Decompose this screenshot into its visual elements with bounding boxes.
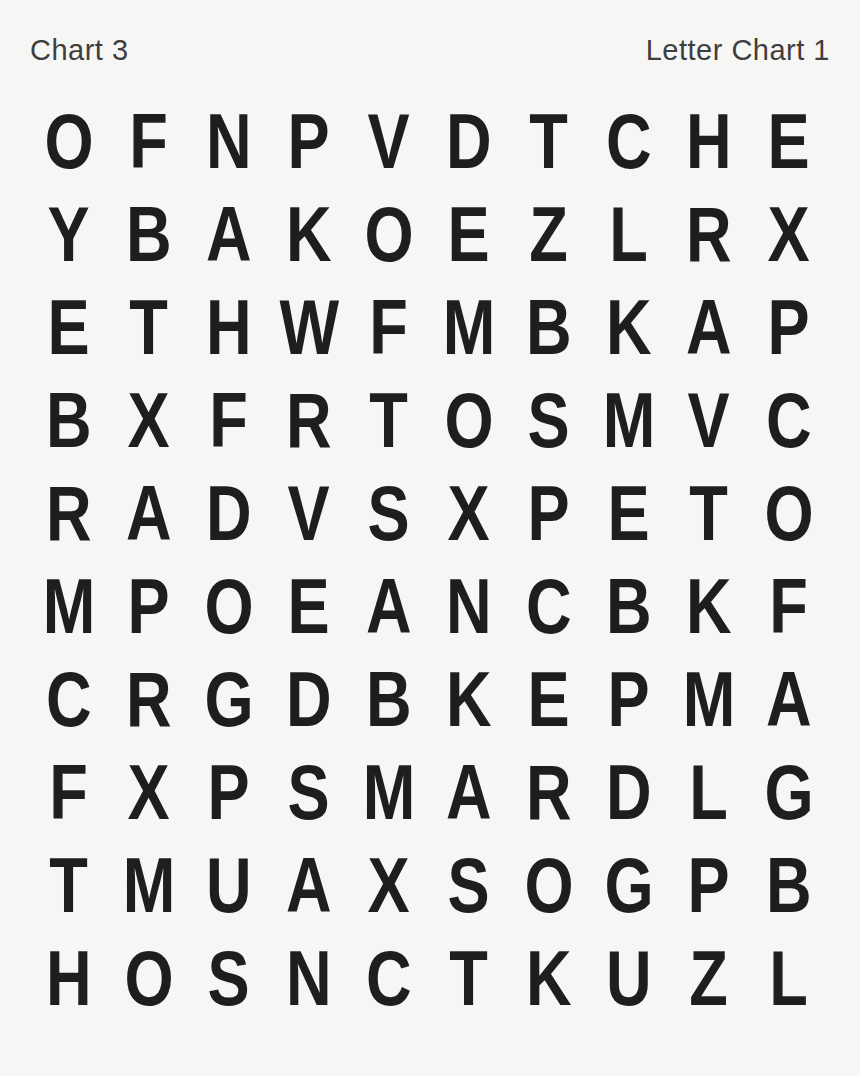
letter-cell: T [29,836,109,929]
letter-cell: C [589,92,669,185]
letter-glyph: F [130,103,169,180]
letter-cell: E [269,557,349,650]
letter-cell: M [669,650,749,743]
letter-cell: A [189,185,269,278]
letter-glyph: D [446,103,492,180]
letter-cell: T [349,371,429,464]
letter-cell: B [349,650,429,743]
letter-cell: H [29,929,109,1022]
letter-cell: Z [509,185,589,278]
letter-glyph: E [768,103,810,180]
letter-glyph: T [690,475,729,552]
letter-glyph: A [686,289,732,366]
letter-glyph: X [448,475,490,552]
letter-glyph: P [128,568,170,645]
letter-glyph: V [368,103,410,180]
letter-glyph: C [606,103,652,180]
letter-cell: A [269,836,349,929]
letter-glyph: Y [48,196,90,273]
letter-cell: R [669,185,749,278]
letter-glyph: D [286,661,332,738]
letter-cell: X [749,185,829,278]
letter-glyph: K [686,568,732,645]
letter-glyph: M [43,568,96,645]
letter-cell: T [109,278,189,371]
letter-glyph: X [128,382,170,459]
letter-cell: E [589,464,669,557]
letter-glyph: S [528,382,570,459]
letter-glyph: B [766,847,812,924]
letter-cell: M [109,836,189,929]
letter-glyph: T [450,940,489,1017]
letter-cell: K [429,650,509,743]
letter-cell: P [189,743,269,836]
chart-header: Chart 3 Letter Chart 1 [30,34,830,66]
letter-glyph: L [770,940,809,1017]
letter-cell: N [429,557,509,650]
letter-cell: S [429,836,509,929]
letter-glyph: K [526,940,572,1017]
letter-glyph: A [446,754,492,831]
letter-glyph: E [288,568,330,645]
letter-glyph: T [370,382,409,459]
letter-cell: K [509,929,589,1022]
letter-cell: W [269,278,349,371]
letter-glyph: O [764,475,813,552]
letter-cell: C [29,650,109,743]
letter-cell: Y [29,185,109,278]
letter-glyph: R [126,661,172,738]
letter-glyph: G [764,754,813,831]
letter-cell: P [509,464,589,557]
letter-glyph: H [206,289,252,366]
letter-glyph: S [208,940,250,1017]
letter-glyph: F [370,289,409,366]
letter-glyph: R [286,382,332,459]
letter-glyph: H [686,103,732,180]
letter-glyph: O [44,103,93,180]
letter-cell: V [269,464,349,557]
letter-glyph: S [288,754,330,831]
letter-cell: F [189,371,269,464]
letter-cell: E [29,278,109,371]
letter-glyph: M [123,847,176,924]
letter-glyph: E [448,196,490,273]
letter-glyph: K [606,289,652,366]
letter-cell: B [29,371,109,464]
letter-glyph: P [528,475,570,552]
letter-cell: U [189,836,269,929]
letter-cell: A [109,464,189,557]
letter-glyph: U [606,940,652,1017]
letter-glyph: M [683,661,736,738]
letter-cell: C [509,557,589,650]
letter-cell: E [509,650,589,743]
letter-cell: E [429,185,509,278]
letter-glyph: A [126,475,172,552]
letter-cell: U [589,929,669,1022]
letter-cell: M [349,743,429,836]
letter-glyph: K [286,196,332,273]
letter-cell: H [189,278,269,371]
letter-cell: X [349,836,429,929]
letter-cell: A [749,650,829,743]
letter-cell: X [109,371,189,464]
letter-cell: P [109,557,189,650]
letter-cell: H [669,92,749,185]
letter-cell: N [269,929,349,1022]
letter-cell: V [669,371,749,464]
letter-cell: R [509,743,589,836]
letter-glyph: L [610,196,649,273]
letter-glyph: B [126,196,172,273]
letter-glyph: P [688,847,730,924]
letter-glyph: X [368,847,410,924]
letter-cell: D [189,464,269,557]
letter-cell: T [429,929,509,1022]
letter-glyph: A [206,196,252,273]
letter-glyph: P [768,289,810,366]
letter-glyph: S [448,847,490,924]
letter-glyph: D [606,754,652,831]
letter-glyph: L [690,754,729,831]
letter-glyph: U [206,847,252,924]
letter-glyph: P [208,754,250,831]
letter-cell: P [669,836,749,929]
letter-cell: O [429,371,509,464]
letter-cell: O [189,557,269,650]
letter-glyph: E [528,661,570,738]
letter-glyph: A [766,661,812,738]
letter-cell: B [509,278,589,371]
letter-glyph: N [286,940,332,1017]
letter-glyph: K [446,661,492,738]
letter-cell: T [509,92,589,185]
letter-glyph: T [530,103,569,180]
letter-glyph: R [46,475,92,552]
letter-cell: A [429,743,509,836]
letter-grid: OFNPVDTCHEYBAKOEZLRXETHWFMBKAPBXFRTOSMVC… [29,92,829,1022]
letter-glyph: F [210,382,249,459]
letter-glyph: A [366,568,412,645]
letter-cell: M [589,371,669,464]
letter-cell: C [349,929,429,1022]
letter-glyph: B [526,289,572,366]
letter-cell: G [589,836,669,929]
letter-glyph: F [50,754,89,831]
letter-glyph: S [368,475,410,552]
letter-glyph: X [128,754,170,831]
letter-cell: L [749,929,829,1022]
letter-cell: S [509,371,589,464]
letter-cell: O [509,836,589,929]
letter-cell: O [109,929,189,1022]
letter-glyph: O [524,847,573,924]
letter-cell: O [29,92,109,185]
letter-cell: P [269,92,349,185]
letter-cell: T [669,464,749,557]
letter-cell: R [29,464,109,557]
letter-glyph: O [444,382,493,459]
letter-cell: R [109,650,189,743]
letter-glyph: Z [530,196,569,273]
letter-glyph: O [364,196,413,273]
letter-cell: A [349,557,429,650]
letter-cell: G [189,650,269,743]
letter-cell: B [589,557,669,650]
letter-cell: M [429,278,509,371]
letter-cell: R [269,371,349,464]
letter-glyph: C [766,382,812,459]
letter-glyph: A [286,847,332,924]
letter-cell: K [269,185,349,278]
letter-glyph: E [608,475,650,552]
letter-cell: D [269,650,349,743]
letter-cell: O [349,185,429,278]
letter-cell: B [109,185,189,278]
letter-cell: A [669,278,749,371]
letter-glyph: W [279,289,339,366]
letter-cell: F [109,92,189,185]
letter-glyph: R [686,196,732,273]
letter-glyph: V [288,475,330,552]
letter-glyph: B [366,661,412,738]
letter-glyph: C [46,661,92,738]
letter-cell: F [349,278,429,371]
letter-cell: F [749,557,829,650]
letter-glyph: T [50,847,89,924]
letter-cell: P [589,650,669,743]
letter-glyph: B [606,568,652,645]
letter-glyph: T [130,289,169,366]
letter-glyph: C [366,940,412,1017]
letter-cell: F [29,743,109,836]
letter-glyph: E [48,289,90,366]
letter-cell: L [589,185,669,278]
chart-title-label: Letter Chart 1 [646,34,830,66]
letter-cell: S [189,929,269,1022]
letter-glyph: D [206,475,252,552]
letter-glyph: V [688,382,730,459]
letter-cell: L [669,743,749,836]
letter-glyph: Z [690,940,729,1017]
letter-cell: V [349,92,429,185]
letter-glyph: O [204,568,253,645]
letter-glyph: G [604,847,653,924]
letter-cell: K [669,557,749,650]
letter-cell: G [749,743,829,836]
letter-glyph: N [446,568,492,645]
letter-glyph: G [204,661,253,738]
letter-cell: S [349,464,429,557]
chart-number-label: Chart 3 [30,34,129,66]
letter-glyph: M [443,289,496,366]
letter-cell: C [749,371,829,464]
letter-glyph: O [124,940,173,1017]
letter-cell: E [749,92,829,185]
letter-cell: D [589,743,669,836]
letter-glyph: M [363,754,416,831]
letter-glyph: C [526,568,572,645]
letter-glyph: H [46,940,92,1017]
letter-cell: Z [669,929,749,1022]
letter-cell: X [429,464,509,557]
letter-glyph: R [526,754,572,831]
letter-glyph: N [206,103,252,180]
letter-cell: D [429,92,509,185]
letter-cell: M [29,557,109,650]
letter-glyph: P [608,661,650,738]
letter-glyph: B [46,382,92,459]
letter-cell: K [589,278,669,371]
letter-glyph: P [288,103,330,180]
letter-cell: O [749,464,829,557]
letter-cell: X [109,743,189,836]
letter-cell: B [749,836,829,929]
letter-glyph: M [603,382,656,459]
letter-cell: P [749,278,829,371]
letter-glyph: F [770,568,809,645]
letter-cell: N [189,92,269,185]
letter-glyph: X [768,196,810,273]
letter-cell: S [269,743,349,836]
